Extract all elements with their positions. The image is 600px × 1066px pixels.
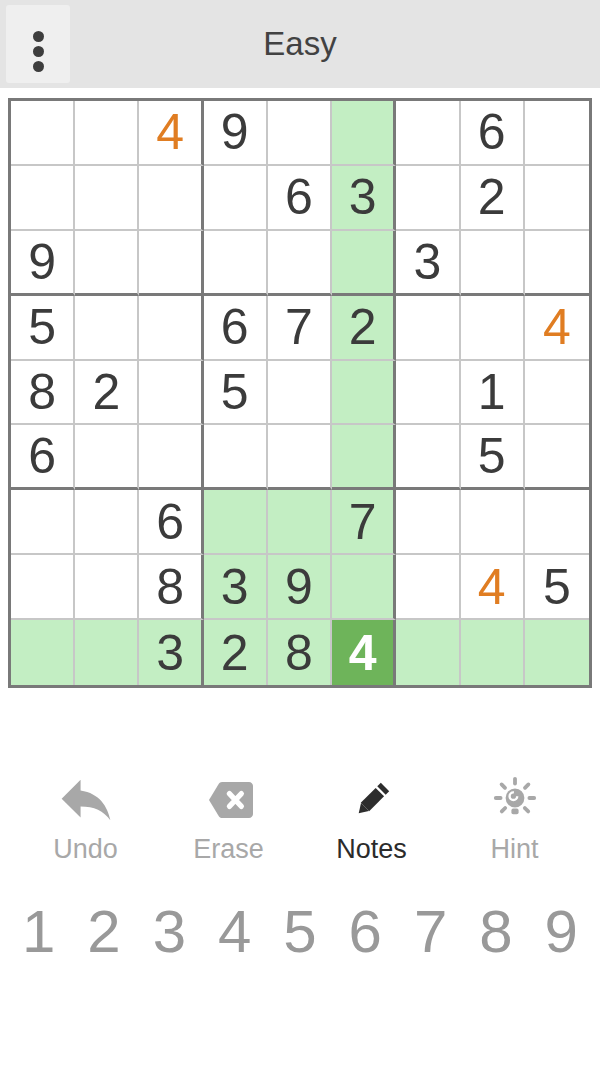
cell-r1c9[interactable] — [525, 101, 589, 166]
undo-arrow-icon — [58, 775, 114, 825]
notes-label: Notes — [336, 834, 407, 865]
erase-button[interactable]: Erase — [157, 775, 300, 865]
cell-r2c2[interactable] — [75, 166, 139, 231]
erase-label: Erase — [193, 834, 264, 865]
cell-r1c3[interactable]: 4 — [139, 101, 203, 166]
cell-r2c9[interactable] — [525, 166, 589, 231]
cell-r8c7[interactable] — [396, 555, 460, 620]
cell-r7c7[interactable] — [396, 490, 460, 555]
cell-r6c7[interactable] — [396, 425, 460, 490]
cell-r8c9[interactable]: 5 — [525, 555, 589, 620]
cell-r9c1[interactable] — [11, 620, 75, 685]
cell-r9c6[interactable]: 4 — [332, 620, 396, 685]
cell-r7c6[interactable]: 7 — [332, 490, 396, 555]
sudoku-grid: 496632935672482516567839453284 — [8, 98, 592, 688]
cell-r4c3[interactable] — [139, 296, 203, 361]
backspace-icon — [204, 775, 254, 825]
notes-button[interactable]: Notes — [300, 775, 443, 865]
cell-r6c3[interactable] — [139, 425, 203, 490]
numpad-1[interactable]: 1 — [6, 892, 71, 972]
cell-r1c7[interactable] — [396, 101, 460, 166]
number-pad: 123456789 — [6, 892, 594, 972]
numpad-9[interactable]: 9 — [529, 892, 594, 972]
cell-r5c2[interactable]: 2 — [75, 361, 139, 426]
cell-r3c6[interactable] — [332, 231, 396, 296]
cell-r5c8[interactable]: 1 — [461, 361, 525, 426]
cell-r9c2[interactable] — [75, 620, 139, 685]
cell-r8c8[interactable]: 4 — [461, 555, 525, 620]
cell-r4c6[interactable]: 2 — [332, 296, 396, 361]
cell-r3c3[interactable] — [139, 231, 203, 296]
cell-r6c9[interactable] — [525, 425, 589, 490]
cell-r7c4[interactable] — [204, 490, 268, 555]
cell-r2c6[interactable]: 3 — [332, 166, 396, 231]
cell-r4c5[interactable]: 7 — [268, 296, 332, 361]
hint-button[interactable]: Hint — [443, 775, 586, 865]
cell-r9c5[interactable]: 8 — [268, 620, 332, 685]
cell-r7c8[interactable] — [461, 490, 525, 555]
cell-r8c6[interactable] — [332, 555, 396, 620]
cell-r8c3[interactable]: 8 — [139, 555, 203, 620]
cell-r4c4[interactable]: 6 — [204, 296, 268, 361]
cell-r7c3[interactable]: 6 — [139, 490, 203, 555]
cell-r3c5[interactable] — [268, 231, 332, 296]
cell-r4c1[interactable]: 5 — [11, 296, 75, 361]
cell-r3c9[interactable] — [525, 231, 589, 296]
cell-r1c4[interactable]: 9 — [204, 101, 268, 166]
cell-r5c5[interactable] — [268, 361, 332, 426]
lightbulb-icon — [491, 775, 539, 825]
numpad-8[interactable]: 8 — [463, 892, 528, 972]
pencil-icon — [349, 775, 395, 825]
cell-r3c7[interactable]: 3 — [396, 231, 460, 296]
cell-r2c8[interactable]: 2 — [461, 166, 525, 231]
cell-r2c5[interactable]: 6 — [268, 166, 332, 231]
cell-r2c1[interactable] — [11, 166, 75, 231]
cell-r5c9[interactable] — [525, 361, 589, 426]
hint-label: Hint — [490, 834, 538, 865]
cell-r5c6[interactable] — [332, 361, 396, 426]
cell-r8c1[interactable] — [11, 555, 75, 620]
cell-r6c5[interactable] — [268, 425, 332, 490]
header-bar: Easy — [0, 0, 600, 88]
cell-r6c6[interactable] — [332, 425, 396, 490]
cell-r1c2[interactable] — [75, 101, 139, 166]
cell-r9c9[interactable] — [525, 620, 589, 685]
numpad-2[interactable]: 2 — [71, 892, 136, 972]
numpad-7[interactable]: 7 — [398, 892, 463, 972]
cell-r2c3[interactable] — [139, 166, 203, 231]
numpad-3[interactable]: 3 — [137, 892, 202, 972]
cell-r8c4[interactable]: 3 — [204, 555, 268, 620]
cell-r9c7[interactable] — [396, 620, 460, 685]
cell-r2c4[interactable] — [204, 166, 268, 231]
cell-r9c8[interactable] — [461, 620, 525, 685]
numpad-4[interactable]: 4 — [202, 892, 267, 972]
cell-r2c7[interactable] — [396, 166, 460, 231]
undo-button[interactable]: Undo — [14, 775, 157, 865]
cell-r3c4[interactable] — [204, 231, 268, 296]
cell-r5c3[interactable] — [139, 361, 203, 426]
cell-r1c1[interactable] — [11, 101, 75, 166]
cell-r7c9[interactable] — [525, 490, 589, 555]
cell-r4c7[interactable] — [396, 296, 460, 361]
cell-r1c5[interactable] — [268, 101, 332, 166]
cell-r3c1[interactable]: 9 — [11, 231, 75, 296]
cell-r6c4[interactable] — [204, 425, 268, 490]
cell-r4c9[interactable]: 4 — [525, 296, 589, 361]
cell-r8c2[interactable] — [75, 555, 139, 620]
cell-r7c1[interactable] — [11, 490, 75, 555]
numpad-6[interactable]: 6 — [333, 892, 398, 972]
cell-r7c5[interactable] — [268, 490, 332, 555]
cell-r6c1[interactable]: 6 — [11, 425, 75, 490]
cell-r6c8[interactable]: 5 — [461, 425, 525, 490]
toolbar: Undo Erase Notes — [14, 775, 586, 865]
difficulty-title: Easy — [0, 0, 600, 88]
cell-r4c2[interactable] — [75, 296, 139, 361]
cell-r8c5[interactable]: 9 — [268, 555, 332, 620]
cell-r4c8[interactable] — [461, 296, 525, 361]
cell-r3c2[interactable] — [75, 231, 139, 296]
cell-r3c8[interactable] — [461, 231, 525, 296]
cell-r5c1[interactable]: 8 — [11, 361, 75, 426]
cell-r5c7[interactable] — [396, 361, 460, 426]
cell-r9c3[interactable]: 3 — [139, 620, 203, 685]
numpad-5[interactable]: 5 — [267, 892, 332, 972]
cell-r1c8[interactable]: 6 — [461, 101, 525, 166]
undo-label: Undo — [53, 834, 118, 865]
cell-r9c4[interactable]: 2 — [204, 620, 268, 685]
cell-r7c2[interactable] — [75, 490, 139, 555]
cell-r6c2[interactable] — [75, 425, 139, 490]
cell-r5c4[interactable]: 5 — [204, 361, 268, 426]
cell-r1c6[interactable] — [332, 101, 396, 166]
